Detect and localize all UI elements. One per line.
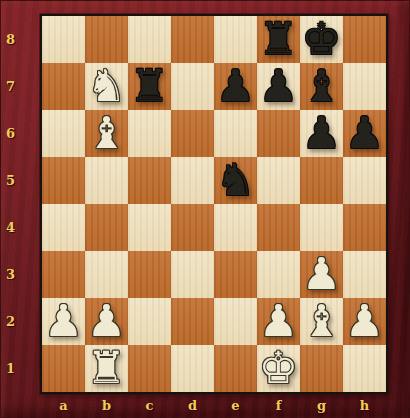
square-g7[interactable]: ♝ bbox=[300, 63, 343, 110]
rank-label-7: 7 bbox=[0, 63, 17, 110]
square-g3[interactable]: ♟ bbox=[300, 251, 343, 298]
piece-black-king-g8[interactable]: ♚ bbox=[302, 17, 341, 61]
square-e2[interactable] bbox=[214, 298, 257, 345]
square-b8[interactable] bbox=[85, 16, 128, 63]
square-b5[interactable] bbox=[85, 157, 128, 204]
square-g5[interactable] bbox=[300, 157, 343, 204]
rank-label-5: 5 bbox=[0, 157, 17, 204]
square-e7[interactable]: ♟ bbox=[214, 63, 257, 110]
square-h1[interactable] bbox=[343, 345, 386, 392]
square-g6[interactable]: ♟ bbox=[300, 110, 343, 157]
square-h6[interactable]: ♟ bbox=[343, 110, 386, 157]
file-label-a: a bbox=[42, 394, 85, 416]
square-b7[interactable]: ♞ bbox=[85, 63, 128, 110]
piece-white-pawn-h2[interactable]: ♟ bbox=[345, 299, 384, 343]
piece-black-knight-e5[interactable]: ♞ bbox=[216, 158, 255, 202]
square-c7[interactable]: ♜ bbox=[128, 63, 171, 110]
square-b6[interactable]: ♝ bbox=[85, 110, 128, 157]
rank-label-1: 1 bbox=[0, 345, 17, 392]
rank-label-8: 8 bbox=[0, 16, 17, 63]
square-c4[interactable] bbox=[128, 204, 171, 251]
square-g2[interactable]: ♝ bbox=[300, 298, 343, 345]
square-f4[interactable] bbox=[257, 204, 300, 251]
square-h7[interactable] bbox=[343, 63, 386, 110]
square-a6[interactable] bbox=[42, 110, 85, 157]
piece-white-pawn-g3[interactable]: ♟ bbox=[302, 252, 341, 296]
piece-white-knight-b7[interactable]: ♞ bbox=[87, 64, 126, 108]
square-a2[interactable]: ♟ bbox=[42, 298, 85, 345]
square-d3[interactable] bbox=[171, 251, 214, 298]
piece-white-bishop-b6[interactable]: ♝ bbox=[87, 111, 126, 155]
square-f3[interactable] bbox=[257, 251, 300, 298]
piece-black-pawn-e7[interactable]: ♟ bbox=[216, 64, 255, 108]
square-a5[interactable] bbox=[42, 157, 85, 204]
square-e6[interactable] bbox=[214, 110, 257, 157]
square-f5[interactable] bbox=[257, 157, 300, 204]
square-d8[interactable] bbox=[171, 16, 214, 63]
square-d6[interactable] bbox=[171, 110, 214, 157]
piece-black-rook-f8[interactable]: ♜ bbox=[259, 17, 298, 61]
file-label-d: d bbox=[171, 394, 214, 416]
square-b1[interactable]: ♜ bbox=[85, 345, 128, 392]
square-f1[interactable]: ♚ bbox=[257, 345, 300, 392]
square-f6[interactable] bbox=[257, 110, 300, 157]
file-label-h: h bbox=[343, 394, 386, 416]
rank-label-2: 2 bbox=[0, 298, 17, 345]
file-label-c: c bbox=[128, 394, 171, 416]
square-e1[interactable] bbox=[214, 345, 257, 392]
file-labels: abcdefgh bbox=[42, 394, 386, 416]
file-label-e: e bbox=[214, 394, 257, 416]
square-h4[interactable] bbox=[343, 204, 386, 251]
chess-board-screenshot: 87654321 ♜♚♞♜♟♟♝♝♟♟♞♟♟♟♟♝♟♜♚ abcdefgh bbox=[0, 0, 410, 418]
square-e3[interactable] bbox=[214, 251, 257, 298]
square-a3[interactable] bbox=[42, 251, 85, 298]
square-f2[interactable]: ♟ bbox=[257, 298, 300, 345]
square-d7[interactable] bbox=[171, 63, 214, 110]
rank-label-4: 4 bbox=[0, 204, 17, 251]
square-h8[interactable] bbox=[343, 16, 386, 63]
piece-white-pawn-b2[interactable]: ♟ bbox=[87, 299, 126, 343]
piece-white-king-f1[interactable]: ♚ bbox=[259, 346, 298, 390]
square-f8[interactable]: ♜ bbox=[257, 16, 300, 63]
square-c5[interactable] bbox=[128, 157, 171, 204]
file-label-b: b bbox=[85, 394, 128, 416]
square-h5[interactable] bbox=[343, 157, 386, 204]
piece-black-pawn-h6[interactable]: ♟ bbox=[345, 111, 384, 155]
square-g8[interactable]: ♚ bbox=[300, 16, 343, 63]
square-d5[interactable] bbox=[171, 157, 214, 204]
square-a1[interactable] bbox=[42, 345, 85, 392]
piece-white-pawn-a2[interactable]: ♟ bbox=[44, 299, 83, 343]
square-g4[interactable] bbox=[300, 204, 343, 251]
piece-black-pawn-g6[interactable]: ♟ bbox=[302, 111, 341, 155]
piece-black-bishop-g7[interactable]: ♝ bbox=[302, 64, 341, 108]
square-e5[interactable]: ♞ bbox=[214, 157, 257, 204]
piece-white-bishop-g2[interactable]: ♝ bbox=[302, 299, 341, 343]
square-a8[interactable] bbox=[42, 16, 85, 63]
square-c3[interactable] bbox=[128, 251, 171, 298]
square-f7[interactable]: ♟ bbox=[257, 63, 300, 110]
chess-board[interactable]: ♜♚♞♜♟♟♝♝♟♟♞♟♟♟♟♝♟♜♚ bbox=[40, 14, 388, 394]
square-d4[interactable] bbox=[171, 204, 214, 251]
square-b4[interactable] bbox=[85, 204, 128, 251]
piece-black-rook-c7[interactable]: ♜ bbox=[130, 64, 169, 108]
piece-white-rook-b1[interactable]: ♜ bbox=[87, 346, 126, 390]
square-d1[interactable] bbox=[171, 345, 214, 392]
rank-label-3: 3 bbox=[0, 251, 17, 298]
rank-labels: 87654321 bbox=[0, 16, 17, 392]
square-g1[interactable] bbox=[300, 345, 343, 392]
square-c8[interactable] bbox=[128, 16, 171, 63]
square-c1[interactable] bbox=[128, 345, 171, 392]
square-h2[interactable]: ♟ bbox=[343, 298, 386, 345]
piece-white-pawn-f2[interactable]: ♟ bbox=[259, 299, 298, 343]
square-c2[interactable] bbox=[128, 298, 171, 345]
square-b2[interactable]: ♟ bbox=[85, 298, 128, 345]
square-e8[interactable] bbox=[214, 16, 257, 63]
file-label-f: f bbox=[257, 394, 300, 416]
file-label-g: g bbox=[300, 394, 343, 416]
square-a7[interactable] bbox=[42, 63, 85, 110]
rank-label-6: 6 bbox=[0, 110, 17, 157]
square-h3[interactable] bbox=[343, 251, 386, 298]
piece-black-pawn-f7[interactable]: ♟ bbox=[259, 64, 298, 108]
square-a4[interactable] bbox=[42, 204, 85, 251]
square-d2[interactable] bbox=[171, 298, 214, 345]
square-c6[interactable] bbox=[128, 110, 171, 157]
square-e4[interactable] bbox=[214, 204, 257, 251]
square-b3[interactable] bbox=[85, 251, 128, 298]
